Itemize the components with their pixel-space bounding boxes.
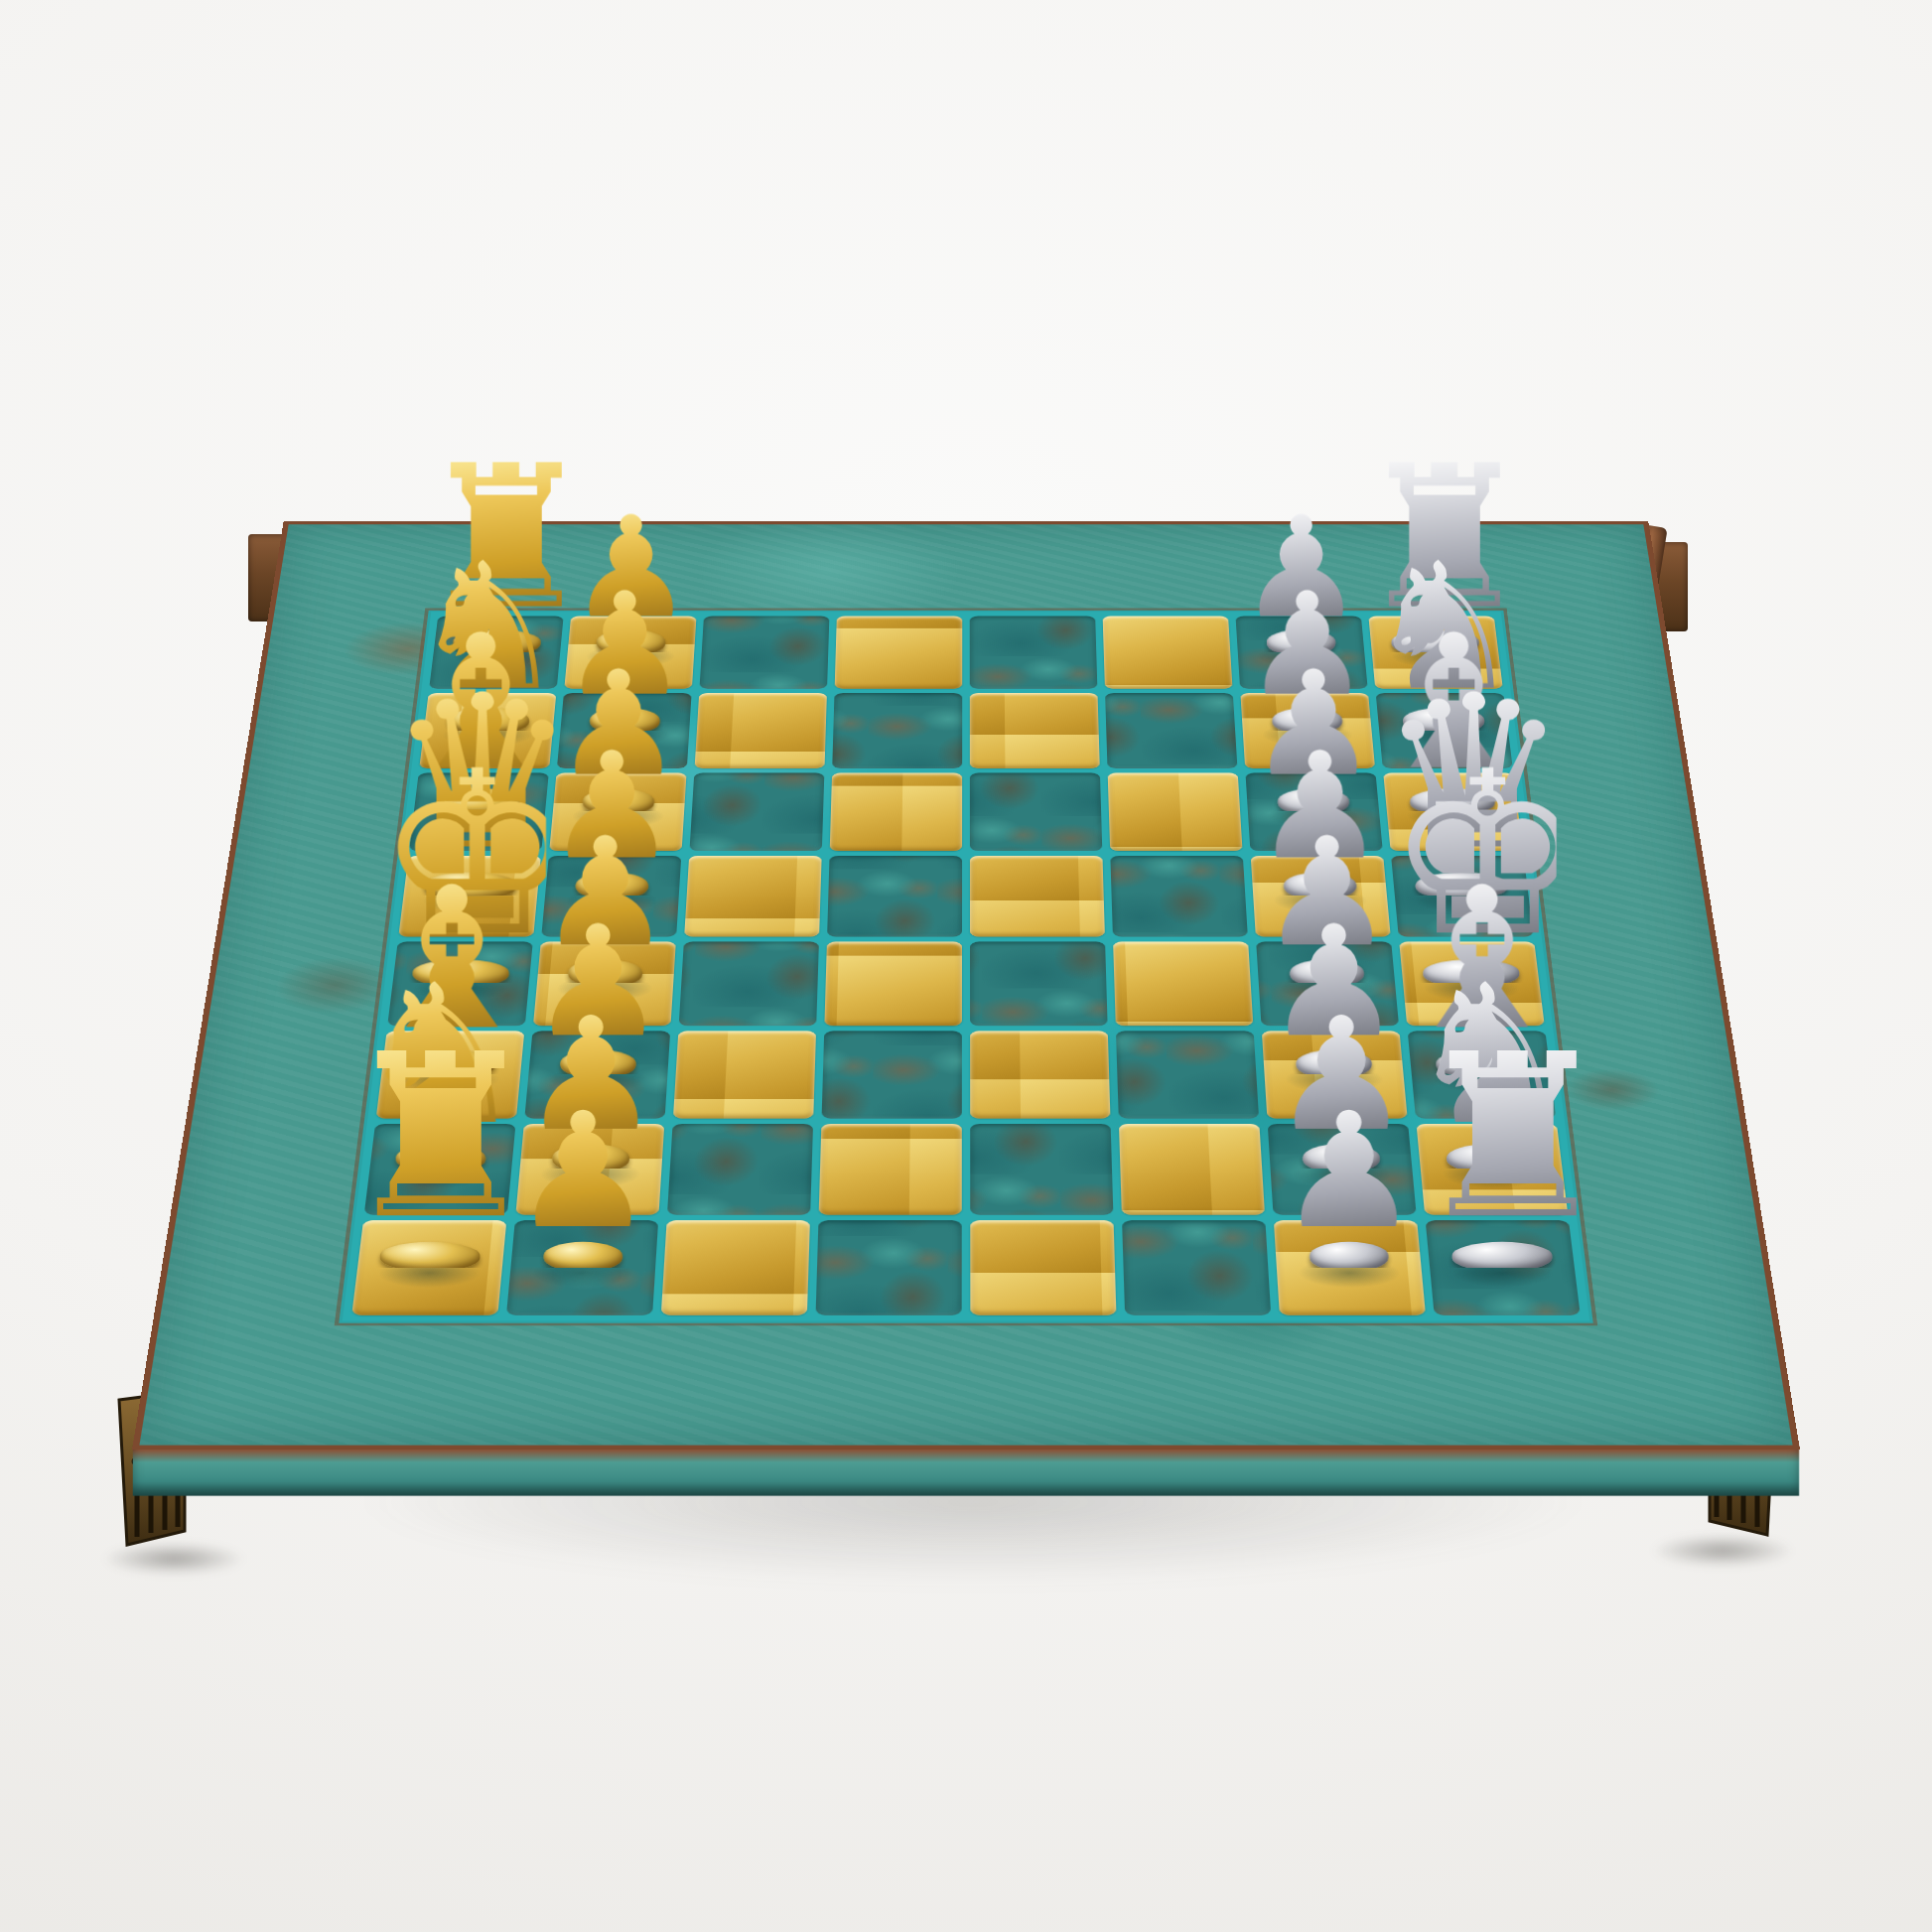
silver-rook-glyph: ♜ bbox=[1412, 1025, 1592, 1250]
board-3d-stage: ♜♟♟♜♞♟♟♞♝♟♟♝♛♟♟♛♚♟♟♚♝♟♟♝♞♟♟♞♜♟♟♜ bbox=[0, 0, 1932, 1932]
piece-white-pawn-h2[interactable]: ♟ bbox=[492, 916, 673, 1268]
board-top-face: ♜♟♟♜♞♟♟♞♝♟♟♝♛♟♟♛♚♟♟♚♝♟♟♝♞♟♟♞♜♟♟♜ bbox=[139, 524, 1792, 1445]
pieces-layer: ♜♟♟♜♞♟♟♞♝♟♟♝♛♟♟♛♚♟♟♚♝♟♟♝♞♟♟♞♜♟♟♜ bbox=[139, 524, 1792, 1445]
piece-black-rook-h8[interactable]: ♜ bbox=[1412, 916, 1592, 1268]
photo-backdrop: Greek Mythology metal chess set on a tur… bbox=[0, 0, 1932, 1932]
chess-board-slab: ♜♟♟♜♞♟♟♞♝♟♟♝♛♟♟♛♚♟♟♚♝♟♟♝♞♟♟♞♜♟♟♜ bbox=[139, 524, 1792, 1445]
gold-pawn-glyph: ♟ bbox=[492, 1091, 673, 1251]
board-front-edge bbox=[133, 1446, 1799, 1496]
